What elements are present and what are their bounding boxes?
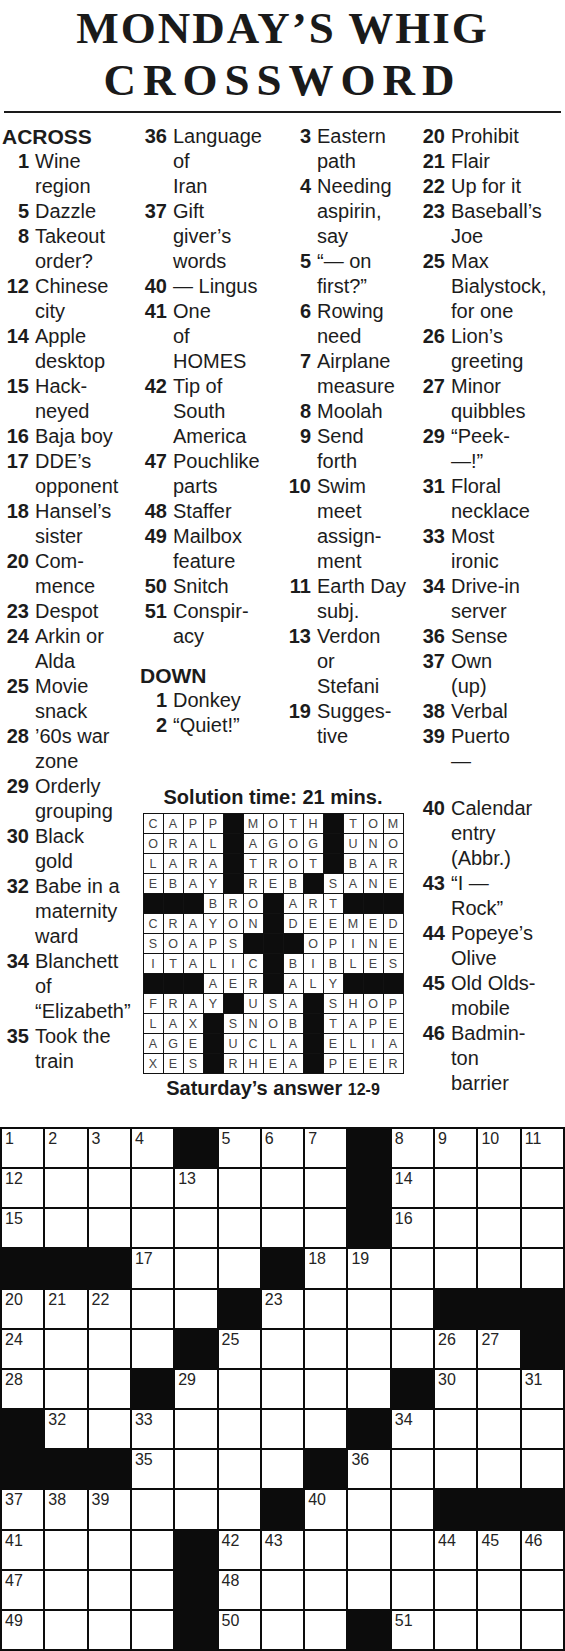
solution-cell: A <box>184 834 203 853</box>
solution-cell: R <box>244 974 263 993</box>
puzzle-cell-number: 19 <box>351 1250 369 1268</box>
puzzle-cell[interactable]: 39 <box>89 1490 130 1528</box>
puzzle-cell[interactable]: 45 <box>478 1531 519 1569</box>
puzzle-black-cell <box>45 1450 86 1488</box>
clue-text: Com- mence <box>35 549 136 599</box>
solution-black-cell <box>224 854 243 873</box>
puzzle-cell[interactable]: 27 <box>478 1330 519 1368</box>
clue-text: Minor quibbles <box>451 374 565 424</box>
solution-cell: A <box>184 914 203 933</box>
puzzle-cell[interactable] <box>132 1209 173 1247</box>
puzzle-cell[interactable]: 44 <box>435 1531 476 1569</box>
puzzle-cell-number: 35 <box>135 1451 153 1469</box>
puzzle-cell[interactable] <box>435 1249 476 1287</box>
solution-black-cell <box>244 934 263 953</box>
puzzle-cell[interactable] <box>45 1169 86 1207</box>
puzzle-cell[interactable]: 41 <box>2 1531 43 1569</box>
puzzle-cell[interactable]: 16 <box>392 1209 433 1247</box>
puzzle-cell[interactable]: 26 <box>435 1330 476 1368</box>
clue-10: 10Swim meet assign- ment <box>284 474 410 574</box>
puzzle-cell[interactable]: 21 <box>45 1290 86 1328</box>
puzzle-cell[interactable]: 35 <box>132 1450 173 1488</box>
puzzle-cell[interactable]: 4 <box>132 1129 173 1167</box>
puzzle-cell[interactable] <box>478 1209 519 1247</box>
solution-cell: P <box>384 994 403 1013</box>
puzzle-cell[interactable] <box>435 1410 476 1448</box>
solution-cell: O <box>364 814 383 833</box>
puzzle-black-cell <box>522 1490 563 1528</box>
puzzle-cell[interactable]: 2 <box>45 1129 86 1167</box>
puzzle-cell[interactable]: 6 <box>262 1129 303 1167</box>
clue-text: Moolah <box>317 399 410 424</box>
puzzle-cell-number: 28 <box>5 1371 23 1389</box>
puzzle-cell[interactable] <box>219 1410 260 1448</box>
puzzle-cell[interactable] <box>175 1290 216 1328</box>
puzzle-cell[interactable] <box>348 1290 389 1328</box>
puzzle-cell[interactable] <box>175 1209 216 1247</box>
clue-number: 43 <box>418 871 451 896</box>
clue-text: “Quiet!” <box>173 713 281 738</box>
puzzle-cell[interactable]: 15 <box>2 1209 43 1247</box>
puzzle-cell[interactable] <box>478 1611 519 1649</box>
puzzle-cell[interactable]: 48 <box>219 1571 260 1609</box>
puzzle-cell[interactable] <box>522 1169 563 1207</box>
puzzle-black-cell <box>45 1249 86 1287</box>
solution-black-cell <box>304 1034 323 1053</box>
puzzle-cell[interactable]: 37 <box>2 1490 43 1528</box>
puzzle-cell-number: 23 <box>265 1291 283 1309</box>
solution-cell: G <box>164 1034 183 1053</box>
solution-cell: C <box>244 1034 263 1053</box>
puzzle-cell-number: 1 <box>5 1130 14 1148</box>
clue-25: 25Movie snack <box>2 674 136 724</box>
puzzle-cell[interactable] <box>478 1410 519 1448</box>
puzzle-black-cell <box>175 1571 216 1609</box>
puzzle-cell[interactable] <box>45 1330 86 1368</box>
puzzle-cell[interactable] <box>219 1249 260 1287</box>
solution-cell: T <box>304 854 323 873</box>
puzzle-cell[interactable] <box>262 1370 303 1408</box>
puzzle-cell[interactable] <box>392 1490 433 1528</box>
clue-column-2: 36Language of Iran37Gift giver’s words40… <box>140 124 281 738</box>
clue-13: 13Verdon or Stefani <box>284 624 410 699</box>
puzzle-cell[interactable]: 49 <box>2 1611 43 1649</box>
puzzle-cell[interactable] <box>305 1370 346 1408</box>
clue-number: 40 <box>140 274 173 299</box>
puzzle-cell[interactable] <box>89 1169 130 1207</box>
puzzle-cell[interactable] <box>175 1249 216 1287</box>
clue-19: 19Sugges- tive <box>284 699 410 749</box>
clue-text: Drive-in server <box>451 574 565 624</box>
puzzle-black-cell <box>522 1290 563 1328</box>
puzzle-cell[interactable]: 1 <box>2 1129 43 1167</box>
puzzle-cell[interactable] <box>132 1169 173 1207</box>
solution-cell: P <box>364 1014 383 1033</box>
solution-cell: E <box>224 974 243 993</box>
puzzle-cell[interactable]: 7 <box>305 1129 346 1167</box>
puzzle-cell[interactable]: 34 <box>392 1410 433 1448</box>
puzzle-cell-number: 37 <box>5 1491 23 1509</box>
clue-number: 3 <box>284 124 317 149</box>
clue-text: Send forth <box>317 424 410 474</box>
puzzle-cell[interactable] <box>435 1571 476 1609</box>
puzzle-cell-number: 45 <box>481 1532 499 1550</box>
solution-cell: A <box>184 874 203 893</box>
clue-text: Own (up) <box>451 649 565 699</box>
solution-cell: E <box>324 914 343 933</box>
clue-number: 28 <box>2 724 35 749</box>
puzzle-cell[interactable]: 25 <box>219 1330 260 1368</box>
clue-number: 30 <box>2 824 35 849</box>
puzzle-cell-number: 38 <box>48 1491 66 1509</box>
clue-number: 8 <box>2 224 35 249</box>
puzzle-black-cell <box>348 1169 389 1207</box>
solution-black-cell <box>304 874 323 893</box>
clue-number: 51 <box>140 599 173 624</box>
clue-number: 23 <box>2 599 35 624</box>
clue-40: 40Calendar entry (Abbr.) <box>418 796 565 871</box>
solution-cell: A <box>244 834 263 853</box>
solution-cell: Y <box>204 874 223 893</box>
puzzle-cell[interactable]: 9 <box>435 1129 476 1167</box>
puzzle-cell[interactable] <box>478 1249 519 1287</box>
clue-text: Language of Iran <box>173 124 281 199</box>
clue-48: 48Staffer <box>140 499 281 524</box>
puzzle-cell[interactable]: 36 <box>348 1450 389 1488</box>
puzzle-cell[interactable] <box>89 1531 130 1569</box>
solution-cell: S <box>224 1014 243 1033</box>
puzzle-cell[interactable] <box>262 1571 303 1609</box>
clue-1: 1Wine region <box>2 149 136 199</box>
puzzle-cell[interactable] <box>478 1571 519 1609</box>
clue-29: 29Orderly grouping <box>2 774 136 824</box>
clue-number: 2 <box>140 713 173 738</box>
clue-number: 35 <box>2 1024 35 1049</box>
puzzle-cell[interactable] <box>348 1490 389 1528</box>
puzzle-cell[interactable] <box>392 1571 433 1609</box>
clue-number: 34 <box>418 574 451 599</box>
puzzle-cell[interactable]: 40 <box>305 1490 346 1528</box>
clue-text: Gift giver’s words <box>173 199 281 274</box>
puzzle-cell[interactable] <box>175 1410 216 1448</box>
puzzle-black-cell <box>89 1249 130 1287</box>
clue-number: 14 <box>2 324 35 349</box>
clue-text: Wine region <box>35 149 136 199</box>
puzzle-cell-number: 21 <box>48 1291 66 1309</box>
clue-20: 20Prohibit <box>418 124 565 149</box>
puzzle-black-cell <box>219 1290 260 1328</box>
solution-cell: E <box>364 1054 383 1073</box>
clue-text: ’60s war zone <box>35 724 136 774</box>
solution-cell: B <box>284 874 303 893</box>
clue-column-1: ACROSS1Wine region5Dazzle8Takeout order?… <box>2 124 136 1074</box>
puzzle-cell[interactable] <box>132 1611 173 1649</box>
crossword-page: MONDAY’S WHIG CROSSWORD ACROSS1Wine regi… <box>0 0 565 1651</box>
solution-cell: R <box>164 914 183 933</box>
puzzle-cell[interactable]: 22 <box>89 1290 130 1328</box>
puzzle-cell[interactable] <box>45 1571 86 1609</box>
puzzle-cell-number: 7 <box>308 1130 317 1148</box>
puzzle-cell[interactable]: 43 <box>262 1531 303 1569</box>
clue-number: 36 <box>418 624 451 649</box>
puzzle-cell[interactable]: 12 <box>2 1169 43 1207</box>
puzzle-cell[interactable] <box>305 1290 346 1328</box>
puzzle-cell[interactable] <box>348 1571 389 1609</box>
puzzle-cell[interactable] <box>219 1490 260 1528</box>
solution-cell: F <box>144 994 163 1013</box>
solution-cell: M <box>244 814 263 833</box>
puzzle-cell[interactable]: 46 <box>522 1531 563 1569</box>
clue-number: 19 <box>284 699 317 724</box>
clue-6: 6Rowing need <box>284 299 410 349</box>
puzzle-cell[interactable] <box>305 1571 346 1609</box>
puzzle-cell[interactable] <box>262 1169 303 1207</box>
puzzle-cell[interactable] <box>132 1330 173 1368</box>
solution-cell: B <box>324 954 343 973</box>
puzzle-black-cell <box>262 1490 303 1528</box>
clue-42: 42Tip of South America <box>140 374 281 449</box>
solution-cell: E <box>344 1054 363 1073</box>
clue-25: 25Max Bialystock, for one <box>418 249 565 324</box>
solution-cell: A <box>284 1034 303 1053</box>
solution-cell: T <box>284 814 303 833</box>
puzzle-cell-number: 3 <box>92 1130 101 1148</box>
clue-text: Hansel’s sister <box>35 499 136 549</box>
puzzle-cell[interactable]: 38 <box>45 1490 86 1528</box>
puzzle-cell[interactable] <box>175 1450 216 1488</box>
puzzle-cell[interactable] <box>348 1531 389 1569</box>
solution-cell: G <box>304 834 323 853</box>
clue-51: 51Conspir- acy <box>140 599 281 649</box>
puzzle-cell[interactable] <box>132 1571 173 1609</box>
puzzle-cell[interactable] <box>219 1169 260 1207</box>
puzzle-cell[interactable] <box>219 1370 260 1408</box>
puzzle-cell[interactable] <box>478 1450 519 1488</box>
puzzle-cell[interactable] <box>89 1410 130 1448</box>
puzzle-cell[interactable] <box>89 1611 130 1649</box>
clue-20: 20Com- mence <box>2 549 136 599</box>
clue-5: 5“— on first?” <box>284 249 410 299</box>
clue-29: 29“Peek- —!” <box>418 424 565 474</box>
puzzle-cell[interactable] <box>305 1169 346 1207</box>
puzzle-cell[interactable] <box>435 1209 476 1247</box>
puzzle-cell[interactable]: 31 <box>522 1370 563 1408</box>
puzzle-cell[interactable] <box>392 1290 433 1328</box>
puzzle-cell[interactable]: 28 <box>2 1370 43 1408</box>
clue-45: 45Old Olds- mobile <box>418 971 565 1021</box>
puzzle-cell[interactable] <box>219 1209 260 1247</box>
puzzle-cell-number: 11 <box>525 1130 542 1148</box>
puzzle-cell[interactable] <box>478 1370 519 1408</box>
clue-23: 23Baseball’s Joe <box>418 199 565 249</box>
puzzle-cell[interactable] <box>45 1370 86 1408</box>
puzzle-cell[interactable]: 42 <box>219 1531 260 1569</box>
solution-cell: P <box>204 814 223 833</box>
puzzle-cell[interactable] <box>45 1531 86 1569</box>
clue-number: 45 <box>418 971 451 996</box>
puzzle-cell[interactable] <box>522 1249 563 1287</box>
puzzle-cell[interactable]: 50 <box>219 1611 260 1649</box>
puzzle-cell[interactable] <box>262 1611 303 1649</box>
solution-box: Solution time: 21 mins. CAPPMOTHTOMORALA… <box>140 786 406 1100</box>
puzzle-cell[interactable]: 3 <box>89 1129 130 1167</box>
puzzle-cell[interactable] <box>89 1330 130 1368</box>
clue-11: 11Earth Day subj. <box>284 574 410 624</box>
solution-cell: A <box>184 954 203 973</box>
puzzle-cell-number: 30 <box>438 1371 456 1389</box>
puzzle-cell[interactable] <box>522 1450 563 1488</box>
puzzle-cell[interactable] <box>522 1410 563 1448</box>
solution-cell: I <box>344 934 363 953</box>
puzzle-cell[interactable]: 8 <box>392 1129 433 1167</box>
puzzle-cell-number: 31 <box>525 1371 543 1389</box>
clue-text: “— on first?” <box>317 249 410 299</box>
clue-text: Badmin- ton barrier <box>451 1021 565 1096</box>
solution-cell: C <box>144 914 163 933</box>
puzzle-cell[interactable] <box>132 1531 173 1569</box>
clue-text: Pouchlike parts <box>173 449 281 499</box>
puzzle-cell[interactable] <box>45 1611 86 1649</box>
puzzle-black-cell <box>175 1330 216 1368</box>
puzzle-cell[interactable] <box>522 1209 563 1247</box>
solution-cell: B <box>204 894 223 913</box>
puzzle-cell[interactable] <box>89 1571 130 1609</box>
puzzle-cell-number: 17 <box>135 1250 153 1268</box>
puzzle-cell[interactable]: 30 <box>435 1370 476 1408</box>
puzzle-cell[interactable] <box>435 1450 476 1488</box>
answer-date: 12-9 <box>348 1081 380 1098</box>
puzzle-cell[interactable] <box>132 1490 173 1528</box>
puzzle-black-cell <box>2 1410 43 1448</box>
puzzle-cell[interactable] <box>262 1450 303 1488</box>
puzzle-cell[interactable]: 29 <box>175 1370 216 1408</box>
puzzle-cell[interactable]: 18 <box>305 1249 346 1287</box>
clue-number: 6 <box>284 299 317 324</box>
puzzle-cell[interactable]: 47 <box>2 1571 43 1609</box>
clue-text: Prohibit <box>451 124 565 149</box>
clue-32: 32Babe in a maternity ward <box>2 874 136 949</box>
clue-number: 4 <box>284 174 317 199</box>
clue-number: 34 <box>2 949 35 974</box>
puzzle-cell[interactable] <box>392 1450 433 1488</box>
solution-cell: N <box>364 934 383 953</box>
puzzle-cell[interactable]: 19 <box>348 1249 389 1287</box>
puzzle-cell[interactable]: 13 <box>175 1169 216 1207</box>
clue-46: 46Badmin- ton barrier <box>418 1021 565 1096</box>
solution-black-cell <box>224 874 243 893</box>
puzzle-cell[interactable] <box>478 1169 519 1207</box>
puzzle-cell[interactable] <box>348 1370 389 1408</box>
puzzle-cell[interactable]: 14 <box>392 1169 433 1207</box>
puzzle-cell[interactable] <box>522 1571 563 1609</box>
puzzle-cell[interactable]: 20 <box>2 1290 43 1328</box>
puzzle-cell[interactable] <box>392 1330 433 1368</box>
puzzle-cell-number: 13 <box>178 1170 196 1188</box>
puzzle-cell[interactable] <box>305 1410 346 1448</box>
puzzle-cell[interactable] <box>89 1370 130 1408</box>
clue-text: Verdon or Stefani <box>317 624 410 699</box>
puzzle-cell[interactable] <box>348 1330 389 1368</box>
puzzle-cell[interactable] <box>435 1169 476 1207</box>
puzzle-cell[interactable] <box>392 1249 433 1287</box>
puzzle-cell[interactable] <box>262 1330 303 1368</box>
puzzle-cell[interactable] <box>89 1209 130 1247</box>
solution-cell: A <box>344 874 363 893</box>
solution-cell: U <box>344 834 363 853</box>
puzzle-cell[interactable] <box>392 1531 433 1569</box>
puzzle-cell[interactable]: 5 <box>219 1129 260 1167</box>
solution-black-cell <box>204 1014 223 1033</box>
clue-24: 24Arkin or Alda <box>2 624 136 674</box>
puzzle-cell[interactable] <box>175 1490 216 1528</box>
clue-text: Old Olds- mobile <box>451 971 565 1021</box>
puzzle-cell[interactable] <box>262 1209 303 1247</box>
solution-cell: D <box>284 914 303 933</box>
clue-text: Swim meet assign- ment <box>317 474 410 574</box>
clue-34: 34Blanchett of “Elizabeth” <box>2 949 136 1024</box>
puzzle-cell[interactable] <box>45 1209 86 1247</box>
puzzle-cell[interactable] <box>305 1611 346 1649</box>
clue-31: 31Floral necklace <box>418 474 565 524</box>
puzzle-cell[interactable]: 10 <box>478 1129 519 1167</box>
puzzle-cell[interactable]: 51 <box>392 1611 433 1649</box>
clue-number: 29 <box>2 774 35 799</box>
puzzle-cell[interactable] <box>522 1611 563 1649</box>
puzzle-cell[interactable]: 32 <box>45 1410 86 1448</box>
solution-cell: X <box>184 1014 203 1033</box>
clue-text: Apple desktop <box>35 324 136 374</box>
clue-number: 25 <box>418 249 451 274</box>
clue-2: 2“Quiet!” <box>140 713 281 738</box>
puzzle-cell[interactable] <box>262 1410 303 1448</box>
puzzle-cell[interactable]: 11 <box>522 1129 563 1167</box>
clue-column-4: 20Prohibit21Flair22Up for it23Baseball’s… <box>418 124 565 1096</box>
puzzle-cell[interactable] <box>219 1450 260 1488</box>
clue-text: Snitch <box>173 574 281 599</box>
clue-number: 37 <box>418 649 451 674</box>
solution-cell: L <box>304 974 323 993</box>
puzzle-cell[interactable] <box>132 1290 173 1328</box>
solution-cell: S <box>184 1054 203 1073</box>
puzzle-black-cell <box>392 1370 433 1408</box>
puzzle-cell-number: 36 <box>351 1451 369 1469</box>
solution-cell: O <box>164 934 183 953</box>
puzzle-cell[interactable] <box>305 1330 346 1368</box>
clue-49: 49Mailbox feature <box>140 524 281 574</box>
puzzle-title: MONDAY’S WHIG CROSSWORD <box>0 2 565 106</box>
puzzle-cell[interactable]: 33 <box>132 1410 173 1448</box>
puzzle-black-cell <box>435 1490 476 1528</box>
clue-number: 31 <box>418 474 451 499</box>
clue-text: Donkey <box>173 688 281 713</box>
solution-cell: R <box>184 854 203 873</box>
clue-47: 47Pouchlike parts <box>140 449 281 499</box>
puzzle-cell[interactable] <box>305 1531 346 1569</box>
clue-50: 50Snitch <box>140 574 281 599</box>
solution-cell: R <box>244 874 263 893</box>
puzzle-cell-number: 39 <box>92 1491 110 1509</box>
solution-cell: G <box>264 834 283 853</box>
puzzle-cell-number: 5 <box>222 1130 231 1148</box>
puzzle-cell[interactable]: 17 <box>132 1249 173 1287</box>
puzzle-cell[interactable]: 24 <box>2 1330 43 1368</box>
solution-black-cell <box>324 814 343 833</box>
clue-number: 1 <box>140 688 173 713</box>
clue-7: 7Airplane measure <box>284 349 410 399</box>
puzzle-cell[interactable] <box>435 1611 476 1649</box>
puzzle-cell[interactable]: 23 <box>262 1290 303 1328</box>
puzzle-cell[interactable] <box>305 1209 346 1247</box>
